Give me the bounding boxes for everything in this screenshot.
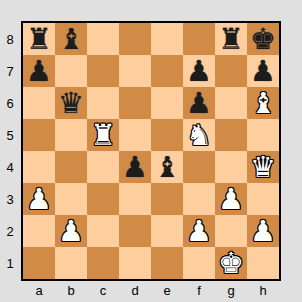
file-label-d: d bbox=[119, 281, 151, 299]
white-queen-h4[interactable]: ♛ bbox=[247, 151, 279, 183]
white-pawn-b2[interactable]: ♟ bbox=[55, 215, 87, 247]
rank-label-2: 2 bbox=[0, 215, 20, 247]
white-knight-f5[interactable]: ♞ bbox=[183, 119, 215, 151]
square-e8[interactable] bbox=[151, 23, 183, 55]
square-d1[interactable] bbox=[119, 247, 151, 279]
square-a3[interactable]: ♟ bbox=[23, 183, 55, 215]
black-pawn-f7[interactable]: ♟ bbox=[183, 55, 215, 87]
square-e7[interactable] bbox=[151, 55, 183, 87]
chess-diagram: 87654321 ♜♝♜♚♟♟♟♛♟♝♜♞♟♝♛♟♟♟♟♟♚ abcdefgh bbox=[0, 0, 302, 302]
square-g2[interactable] bbox=[215, 215, 247, 247]
white-bishop-h6[interactable]: ♝ bbox=[247, 87, 279, 119]
square-c8[interactable] bbox=[87, 23, 119, 55]
square-f4[interactable] bbox=[183, 151, 215, 183]
black-king-h8[interactable]: ♚ bbox=[247, 23, 279, 55]
square-e2[interactable] bbox=[151, 215, 183, 247]
square-h8[interactable]: ♚ bbox=[247, 23, 279, 55]
rank-label-4: 4 bbox=[0, 151, 20, 183]
square-g1[interactable]: ♚ bbox=[215, 247, 247, 279]
square-b3[interactable] bbox=[55, 183, 87, 215]
square-h1[interactable] bbox=[247, 247, 279, 279]
black-bishop-e4[interactable]: ♝ bbox=[151, 151, 183, 183]
file-labels: abcdefgh bbox=[23, 281, 279, 299]
square-h6[interactable]: ♝ bbox=[247, 87, 279, 119]
square-c4[interactable] bbox=[87, 151, 119, 183]
square-h3[interactable] bbox=[247, 183, 279, 215]
white-king-g1[interactable]: ♚ bbox=[215, 247, 247, 279]
square-d2[interactable] bbox=[119, 215, 151, 247]
square-h4[interactable]: ♛ bbox=[247, 151, 279, 183]
square-h5[interactable] bbox=[247, 119, 279, 151]
square-e4[interactable]: ♝ bbox=[151, 151, 183, 183]
square-a5[interactable] bbox=[23, 119, 55, 151]
square-f2[interactable]: ♟ bbox=[183, 215, 215, 247]
square-b4[interactable] bbox=[55, 151, 87, 183]
square-e6[interactable] bbox=[151, 87, 183, 119]
white-rook-c5[interactable]: ♜ bbox=[87, 119, 119, 151]
square-c3[interactable] bbox=[87, 183, 119, 215]
square-h2[interactable]: ♟ bbox=[247, 215, 279, 247]
white-pawn-f2[interactable]: ♟ bbox=[183, 215, 215, 247]
rank-label-8: 8 bbox=[0, 23, 20, 55]
white-pawn-g3[interactable]: ♟ bbox=[215, 183, 247, 215]
rank-label-7: 7 bbox=[0, 55, 20, 87]
square-g7[interactable] bbox=[215, 55, 247, 87]
square-b8[interactable]: ♝ bbox=[55, 23, 87, 55]
square-h7[interactable]: ♟ bbox=[247, 55, 279, 87]
square-a6[interactable] bbox=[23, 87, 55, 119]
rank-label-1: 1 bbox=[0, 247, 20, 279]
square-d8[interactable] bbox=[119, 23, 151, 55]
square-c1[interactable] bbox=[87, 247, 119, 279]
white-pawn-h2[interactable]: ♟ bbox=[247, 215, 279, 247]
square-f7[interactable]: ♟ bbox=[183, 55, 215, 87]
file-label-b: b bbox=[55, 281, 87, 299]
file-label-c: c bbox=[87, 281, 119, 299]
chess-board: ♜♝♜♚♟♟♟♛♟♝♜♞♟♝♛♟♟♟♟♟♚ bbox=[21, 21, 281, 281]
square-d3[interactable] bbox=[119, 183, 151, 215]
square-d6[interactable] bbox=[119, 87, 151, 119]
file-label-a: a bbox=[23, 281, 55, 299]
rank-label-5: 5 bbox=[0, 119, 20, 151]
square-d5[interactable] bbox=[119, 119, 151, 151]
square-g8[interactable]: ♜ bbox=[215, 23, 247, 55]
square-e1[interactable] bbox=[151, 247, 183, 279]
square-a2[interactable] bbox=[23, 215, 55, 247]
square-e5[interactable] bbox=[151, 119, 183, 151]
square-b2[interactable]: ♟ bbox=[55, 215, 87, 247]
square-b7[interactable] bbox=[55, 55, 87, 87]
square-d4[interactable]: ♟ bbox=[119, 151, 151, 183]
black-pawn-d4[interactable]: ♟ bbox=[119, 151, 151, 183]
file-label-g: g bbox=[215, 281, 247, 299]
rank-label-6: 6 bbox=[0, 87, 20, 119]
file-label-f: f bbox=[183, 281, 215, 299]
square-a8[interactable]: ♜ bbox=[23, 23, 55, 55]
square-a1[interactable] bbox=[23, 247, 55, 279]
square-b1[interactable] bbox=[55, 247, 87, 279]
black-pawn-f6[interactable]: ♟ bbox=[183, 87, 215, 119]
black-pawn-h7[interactable]: ♟ bbox=[247, 55, 279, 87]
square-b6[interactable]: ♛ bbox=[55, 87, 87, 119]
black-rook-a8[interactable]: ♜ bbox=[23, 23, 55, 55]
black-rook-g8[interactable]: ♜ bbox=[215, 23, 247, 55]
square-g3[interactable]: ♟ bbox=[215, 183, 247, 215]
square-a4[interactable] bbox=[23, 151, 55, 183]
square-c5[interactable]: ♜ bbox=[87, 119, 119, 151]
square-g6[interactable] bbox=[215, 87, 247, 119]
square-g5[interactable] bbox=[215, 119, 247, 151]
square-g4[interactable] bbox=[215, 151, 247, 183]
square-f5[interactable]: ♞ bbox=[183, 119, 215, 151]
square-d7[interactable] bbox=[119, 55, 151, 87]
file-label-h: h bbox=[247, 281, 279, 299]
black-queen-b6[interactable]: ♛ bbox=[55, 87, 87, 119]
square-f6[interactable]: ♟ bbox=[183, 87, 215, 119]
white-pawn-a3[interactable]: ♟ bbox=[23, 183, 55, 215]
black-pawn-a7[interactable]: ♟ bbox=[23, 55, 55, 87]
square-c2[interactable] bbox=[87, 215, 119, 247]
square-e3[interactable] bbox=[151, 183, 183, 215]
square-a7[interactable]: ♟ bbox=[23, 55, 55, 87]
square-f1[interactable] bbox=[183, 247, 215, 279]
black-bishop-b8[interactable]: ♝ bbox=[55, 23, 87, 55]
square-f8[interactable] bbox=[183, 23, 215, 55]
square-b5[interactable] bbox=[55, 119, 87, 151]
file-label-e: e bbox=[151, 281, 183, 299]
square-c6[interactable] bbox=[87, 87, 119, 119]
square-c7[interactable] bbox=[87, 55, 119, 87]
rank-labels: 87654321 bbox=[0, 23, 20, 279]
square-f3[interactable] bbox=[183, 183, 215, 215]
rank-label-3: 3 bbox=[0, 183, 20, 215]
